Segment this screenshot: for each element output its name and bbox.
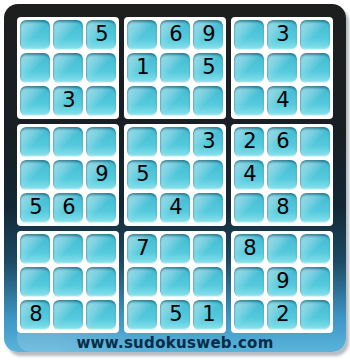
cell-r4c6[interactable]: 3 xyxy=(193,127,223,157)
cell-r6c7[interactable] xyxy=(234,193,264,223)
given-digit: 7 xyxy=(136,238,149,259)
given-digit: 3 xyxy=(62,90,75,111)
given-digit: 5 xyxy=(169,304,182,325)
cell-r3c2[interactable]: 3 xyxy=(53,86,83,116)
cell-r1c9[interactable] xyxy=(300,20,330,50)
cell-r5c3[interactable]: 9 xyxy=(86,160,116,190)
cell-r6c9[interactable] xyxy=(300,193,330,223)
cell-r4c7[interactable]: 2 xyxy=(234,127,264,157)
cell-r3c9[interactable] xyxy=(300,86,330,116)
cell-r8c4[interactable] xyxy=(127,267,157,297)
cell-r3c3[interactable] xyxy=(86,86,116,116)
cell-r7c5[interactable] xyxy=(160,234,190,264)
box-2-3: 2648 xyxy=(231,124,333,226)
board-frame: 5369153495635426488751892 www.sudokusweb… xyxy=(4,4,346,352)
given-digit: 6 xyxy=(276,131,289,152)
cell-r2c8[interactable] xyxy=(267,53,297,83)
cell-r9c5[interactable]: 5 xyxy=(160,300,190,330)
box-3-3: 892 xyxy=(231,231,333,333)
cell-r2c6[interactable]: 5 xyxy=(193,53,223,83)
cell-r9c7[interactable] xyxy=(234,300,264,330)
box-3-1: 8 xyxy=(17,231,119,333)
cell-r2c7[interactable] xyxy=(234,53,264,83)
given-digit: 8 xyxy=(243,238,256,259)
given-digit: 2 xyxy=(243,131,256,152)
cell-r3c6[interactable] xyxy=(193,86,223,116)
cell-r9c4[interactable] xyxy=(127,300,157,330)
cell-r1c5[interactable]: 6 xyxy=(160,20,190,50)
cell-r2c9[interactable] xyxy=(300,53,330,83)
cell-r9c1[interactable]: 8 xyxy=(20,300,50,330)
cell-r4c4[interactable] xyxy=(127,127,157,157)
cell-r1c7[interactable] xyxy=(234,20,264,50)
cell-r8c9[interactable] xyxy=(300,267,330,297)
given-digit: 5 xyxy=(29,197,42,218)
cell-r1c6[interactable]: 9 xyxy=(193,20,223,50)
cell-r8c5[interactable] xyxy=(160,267,190,297)
box-1-3: 34 xyxy=(231,17,333,119)
cell-r7c4[interactable]: 7 xyxy=(127,234,157,264)
box-2-2: 354 xyxy=(124,124,226,226)
cell-r4c3[interactable] xyxy=(86,127,116,157)
cell-r6c2[interactable]: 6 xyxy=(53,193,83,223)
given-digit: 3 xyxy=(202,131,215,152)
cell-r2c4[interactable]: 1 xyxy=(127,53,157,83)
cell-r9c6[interactable]: 1 xyxy=(193,300,223,330)
box-1-2: 6915 xyxy=(124,17,226,119)
cell-r5c1[interactable] xyxy=(20,160,50,190)
given-digit: 8 xyxy=(276,197,289,218)
cell-r2c1[interactable] xyxy=(20,53,50,83)
given-digit: 6 xyxy=(62,197,75,218)
cell-r6c5[interactable]: 4 xyxy=(160,193,190,223)
site-url[interactable]: www.sudokusweb.com xyxy=(17,333,333,352)
sudoku-board: 5369153495635426488751892 xyxy=(17,17,333,333)
cell-r4c8[interactable]: 6 xyxy=(267,127,297,157)
cell-r4c1[interactable] xyxy=(20,127,50,157)
cell-r1c3[interactable]: 5 xyxy=(86,20,116,50)
cell-r7c2[interactable] xyxy=(53,234,83,264)
cell-r6c3[interactable] xyxy=(86,193,116,223)
cell-r4c9[interactable] xyxy=(300,127,330,157)
box-3-2: 751 xyxy=(124,231,226,333)
cell-r9c9[interactable] xyxy=(300,300,330,330)
given-digit: 6 xyxy=(169,24,182,45)
cell-r6c1[interactable]: 5 xyxy=(20,193,50,223)
cell-r3c4[interactable] xyxy=(127,86,157,116)
given-digit: 5 xyxy=(95,24,108,45)
cell-r4c5[interactable] xyxy=(160,127,190,157)
cell-r5c5[interactable] xyxy=(160,160,190,190)
cell-r7c3[interactable] xyxy=(86,234,116,264)
cell-r8c2[interactable] xyxy=(53,267,83,297)
cell-r7c7[interactable]: 8 xyxy=(234,234,264,264)
cell-r3c8[interactable]: 4 xyxy=(267,86,297,116)
given-digit: 3 xyxy=(276,24,289,45)
cell-r5c7[interactable]: 4 xyxy=(234,160,264,190)
cell-r3c5[interactable] xyxy=(160,86,190,116)
cell-r1c2[interactable] xyxy=(53,20,83,50)
cell-r5c4[interactable]: 5 xyxy=(127,160,157,190)
cell-r2c5[interactable] xyxy=(160,53,190,83)
given-digit: 5 xyxy=(202,57,215,78)
cell-r7c1[interactable] xyxy=(20,234,50,264)
cell-r2c2[interactable] xyxy=(53,53,83,83)
cell-r5c8[interactable] xyxy=(267,160,297,190)
cell-r7c9[interactable] xyxy=(300,234,330,264)
given-digit: 1 xyxy=(202,304,215,325)
given-digit: 4 xyxy=(276,90,289,111)
cell-r6c4[interactable] xyxy=(127,193,157,223)
given-digit: 4 xyxy=(243,164,256,185)
cell-r3c7[interactable] xyxy=(234,86,264,116)
cell-r9c8[interactable]: 2 xyxy=(267,300,297,330)
cell-r4c2[interactable] xyxy=(53,127,83,157)
cell-r8c8[interactable]: 9 xyxy=(267,267,297,297)
cell-r3c1[interactable] xyxy=(20,86,50,116)
cell-r8c1[interactable] xyxy=(20,267,50,297)
box-2-1: 956 xyxy=(17,124,119,226)
cell-r5c9[interactable] xyxy=(300,160,330,190)
given-digit: 8 xyxy=(29,304,42,325)
given-digit: 9 xyxy=(276,271,289,292)
given-digit: 2 xyxy=(276,304,289,325)
cell-r6c8[interactable]: 8 xyxy=(267,193,297,223)
cell-r2c3[interactable] xyxy=(86,53,116,83)
given-digit: 9 xyxy=(95,164,108,185)
cell-r7c8[interactable] xyxy=(267,234,297,264)
cell-r8c6[interactable] xyxy=(193,267,223,297)
given-digit: 1 xyxy=(136,57,149,78)
cell-r1c4[interactable] xyxy=(127,20,157,50)
given-digit: 4 xyxy=(169,197,182,218)
cell-r7c6[interactable] xyxy=(193,234,223,264)
box-1-1: 53 xyxy=(17,17,119,119)
cell-r5c2[interactable] xyxy=(53,160,83,190)
cell-r9c2[interactable] xyxy=(53,300,83,330)
cell-r8c3[interactable] xyxy=(86,267,116,297)
cell-r9c3[interactable] xyxy=(86,300,116,330)
cell-r6c6[interactable] xyxy=(193,193,223,223)
given-digit: 9 xyxy=(202,24,215,45)
cell-r5c6[interactable] xyxy=(193,160,223,190)
cell-r8c7[interactable] xyxy=(234,267,264,297)
given-digit: 5 xyxy=(136,164,149,185)
cell-r1c1[interactable] xyxy=(20,20,50,50)
cell-r1c8[interactable]: 3 xyxy=(267,20,297,50)
